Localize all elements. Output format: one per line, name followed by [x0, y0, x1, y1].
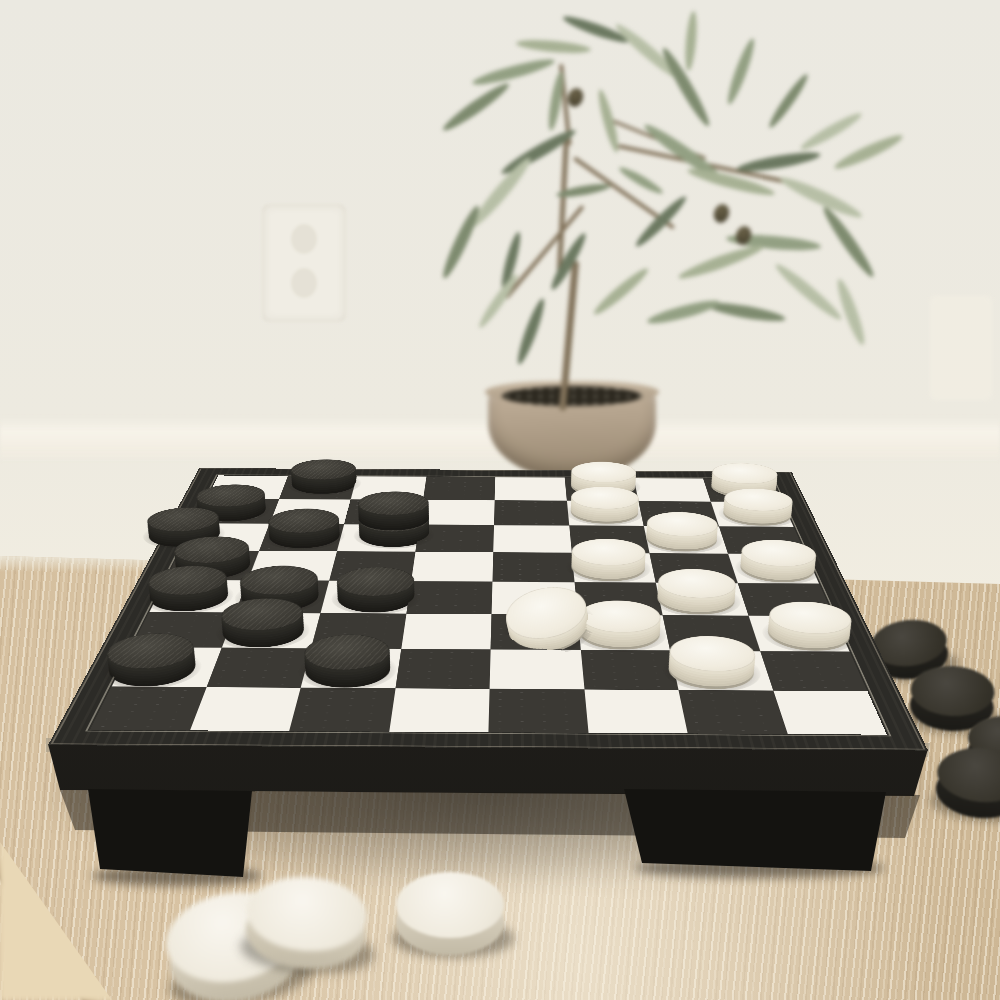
- white-checker-on-table: [396, 872, 504, 963]
- piece-top: [396, 872, 504, 938]
- white-checker-on-table: [243, 873, 370, 981]
- photo-scene: [0, 0, 1000, 1000]
- loose-white-pieces: [0, 0, 1000, 1000]
